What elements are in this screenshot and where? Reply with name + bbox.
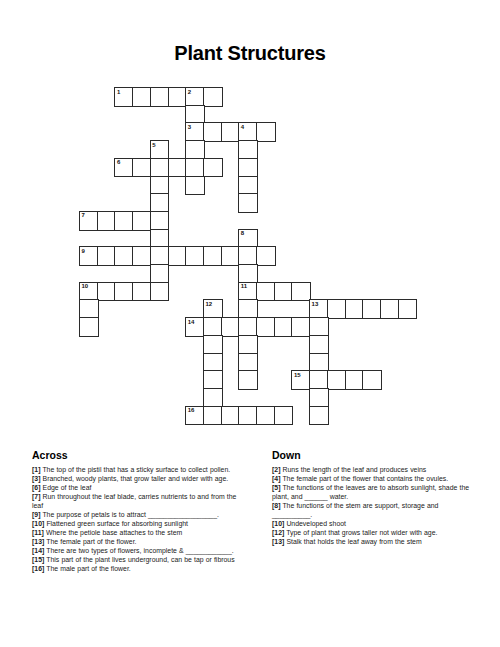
down-clue-number: [4] xyxy=(272,475,280,482)
down-clue-12: [12] Type of plant that grows taller not… xyxy=(272,528,478,537)
across-clue-number: [13] xyxy=(32,538,44,545)
clue-number-2: 2 xyxy=(188,89,191,96)
down-clues-column: Down [2] Runs the length of the leaf and… xyxy=(272,449,478,546)
cell-r5c6[interactable] xyxy=(185,176,205,196)
cell-r16c16[interactable] xyxy=(362,370,382,390)
across-clue-number: [14] xyxy=(32,547,44,554)
across-clue-6: [6] Edge of the leaf xyxy=(32,483,244,492)
down-clue-number: [8] xyxy=(272,502,280,509)
cell-r9c10[interactable] xyxy=(256,246,276,266)
down-clue-5: [5] The functions of the leaves are to a… xyxy=(272,483,478,501)
across-clue-number: [7] xyxy=(32,493,40,500)
across-clue-number: [9] xyxy=(32,511,40,518)
cell-r18c13[interactable] xyxy=(309,406,329,426)
down-clue-number: [10] xyxy=(272,520,284,527)
across-clue-number: [10] xyxy=(32,520,44,527)
clue-number-6: 6 xyxy=(117,159,120,166)
across-clue-13: [13] The female part of the flower. xyxy=(32,537,244,546)
across-clues-column: Across [1] The top of the pistil that ha… xyxy=(32,449,244,573)
down-clue-2: [2] Runs the length of the leaf and prod… xyxy=(272,465,478,474)
across-clue-11: [11] Where the petiole base attaches to … xyxy=(32,528,244,537)
cell-r0c7[interactable] xyxy=(203,87,223,107)
across-clue-number: [16] xyxy=(32,565,44,572)
clue-number-7: 7 xyxy=(82,212,85,219)
clue-number-12: 12 xyxy=(205,301,212,308)
down-clue-number: [2] xyxy=(272,466,280,473)
clue-number-10: 10 xyxy=(82,283,89,290)
clue-number-5: 5 xyxy=(152,142,155,149)
clue-number-4: 4 xyxy=(241,124,244,131)
clue-number-9: 9 xyxy=(82,248,85,255)
across-clue-14: [14] There are two types of flowers, inc… xyxy=(32,546,244,555)
across-clue-10: [10] Flattened green surface for absorbi… xyxy=(32,519,244,528)
across-clue-1: [1] The top of the pistil that has a sti… xyxy=(32,465,244,474)
down-clue-number: [5] xyxy=(272,484,280,491)
down-clue-number: [13] xyxy=(272,538,284,545)
across-clue-number: [3] xyxy=(32,475,40,482)
cell-r13c0[interactable] xyxy=(79,317,99,337)
cell-r4c7[interactable] xyxy=(203,158,223,178)
across-clue-7: [7] Run throughout the leaf blade, carri… xyxy=(32,492,244,510)
across-clue-number: [11] xyxy=(32,529,44,536)
across-clue-9: [9] The purpose of petals is to attract … xyxy=(32,510,244,519)
across-clue-number: [6] xyxy=(32,484,40,491)
cell-r11c4[interactable] xyxy=(150,282,170,302)
cell-r16c9[interactable] xyxy=(238,370,258,390)
clue-number-13: 13 xyxy=(312,301,319,308)
crossword-grid: 12345678910111213141516 xyxy=(0,0,500,440)
across-clue-number: [15] xyxy=(32,556,44,563)
clue-number-15: 15 xyxy=(294,372,301,379)
across-clue-list: [1] The top of the pistil that has a sti… xyxy=(32,465,244,573)
clue-number-3: 3 xyxy=(188,124,191,131)
cell-r12c18[interactable] xyxy=(398,299,418,319)
across-heading: Across xyxy=(32,449,244,461)
crossword-worksheet: { "title": "Plant Structures", "game": "… xyxy=(0,0,500,647)
clue-number-16: 16 xyxy=(188,407,195,414)
down-clue-number: [12] xyxy=(272,529,284,536)
down-clue-13: [13] Stalk that holds the leaf away from… xyxy=(272,537,478,546)
cell-r18c11[interactable] xyxy=(274,406,294,426)
across-clue-3: [3] Branched, woody plants, that grow ta… xyxy=(32,474,244,483)
clue-number-14: 14 xyxy=(188,319,195,326)
down-heading: Down xyxy=(272,449,478,461)
cell-r6c9[interactable] xyxy=(238,193,258,213)
clue-number-8: 8 xyxy=(241,230,244,237)
across-clue-15: [15] This part of the plant lives underg… xyxy=(32,555,244,564)
clue-number-11: 11 xyxy=(241,283,247,290)
down-clue-10: [10] Undeveloped shoot xyxy=(272,519,478,528)
down-clue-8: [8] The functions of the stem are suppor… xyxy=(272,501,478,519)
down-clue-list: [2] Runs the length of the leaf and prod… xyxy=(272,465,478,546)
across-clue-16: [16] The male part of the flower. xyxy=(32,564,244,573)
cell-r2c10[interactable] xyxy=(256,122,276,142)
down-clue-4: [4] The female part of the flower that c… xyxy=(272,474,478,483)
clue-number-1: 1 xyxy=(117,89,120,96)
across-clue-number: [1] xyxy=(32,466,40,473)
